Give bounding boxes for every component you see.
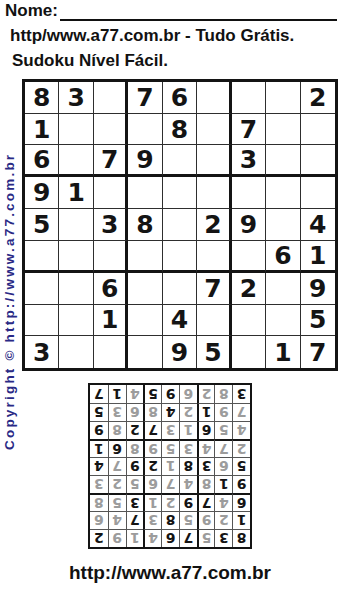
puzzle-cell-r4c2: 1 (59, 177, 93, 209)
puzzle-cell-r2c5: 8 (163, 114, 197, 146)
solution-cell-r7c2: 5 (214, 421, 232, 439)
puzzle-cell-r5c4: 8 (128, 209, 162, 241)
solution-cell-r9c7: 4 (126, 385, 144, 403)
sudoku-solution-grid-rotated: 8357641921295837466479213589184765235638… (88, 383, 252, 549)
puzzle-cell-r8c5: 4 (163, 305, 197, 337)
solution-cell-r3c1: 6 (232, 493, 250, 511)
puzzle-cell-r1c1: 8 (25, 82, 59, 114)
solution-cell-r9c2: 8 (214, 385, 232, 403)
solution-cell-r7c4: 1 (179, 421, 197, 439)
solution-cell-r2c1: 1 (232, 511, 250, 529)
solution-cell-r7c6: 7 (143, 421, 161, 439)
solution-cell-r9c5: 9 (161, 385, 179, 403)
puzzle-cell-r7c9: 9 (301, 273, 335, 305)
solution-cell-r1c3: 5 (197, 529, 215, 547)
puzzle-cell-r5c8[interactable] (266, 209, 300, 241)
solution-cell-r8c9: 5 (90, 403, 108, 421)
puzzle-cell-r8c1[interactable] (25, 305, 59, 337)
puzzle-cell-r5c3: 3 (94, 209, 128, 241)
puzzle-cell-r2c2[interactable] (59, 114, 93, 146)
solution-cell-r2c8: 4 (108, 511, 126, 529)
puzzle-cell-r8c6[interactable] (197, 305, 231, 337)
solution-cell-r5c9: 4 (90, 457, 108, 475)
solution-cell-r1c8: 9 (108, 529, 126, 547)
solution-cell-r1c2: 3 (214, 529, 232, 547)
solution-cell-r5c3: 3 (197, 457, 215, 475)
solution-cell-r4c7: 5 (126, 475, 144, 493)
solution-cell-r8c8: 3 (108, 403, 126, 421)
solution-cell-r3c7: 3 (126, 493, 144, 511)
solution-cell-r1c4: 7 (179, 529, 197, 547)
puzzle-cell-r6c6[interactable] (197, 241, 231, 273)
puzzle-cell-r5c6: 2 (197, 209, 231, 241)
solution-cell-r3c9: 8 (90, 493, 108, 511)
solution-cell-r8c2: 9 (214, 403, 232, 421)
solution-cell-r5c2: 6 (214, 457, 232, 475)
puzzle-cell-r4c5[interactable] (163, 177, 197, 209)
solution-cell-r4c4: 4 (179, 475, 197, 493)
puzzle-cell-r4c3[interactable] (94, 177, 128, 209)
solution-cell-r7c8: 8 (108, 421, 126, 439)
solution-cell-r2c4: 5 (179, 511, 197, 529)
solution-cell-r8c1: 7 (232, 403, 250, 421)
puzzle-cell-r4c8[interactable] (266, 177, 300, 209)
solution-cell-r3c8: 5 (108, 493, 126, 511)
solution-cell-r4c8: 2 (108, 475, 126, 493)
solution-cell-r4c9: 3 (90, 475, 108, 493)
puzzle-cell-r9c6: 5 (197, 336, 231, 368)
puzzle-cell-r1c3[interactable] (94, 82, 128, 114)
solution-cell-r9c4: 6 (179, 385, 197, 403)
puzzle-cell-r6c5[interactable] (163, 241, 197, 273)
puzzle-cell-r9c1: 3 (25, 336, 59, 368)
solution-cell-r5c1: 5 (232, 457, 250, 475)
solution-cell-r6c2: 7 (214, 439, 232, 457)
puzzle-cell-r6c3[interactable] (94, 241, 128, 273)
solution-cell-r7c9: 9 (90, 421, 108, 439)
puzzle-cell-r5c1: 5 (25, 209, 59, 241)
solution-cell-r6c4: 3 (179, 439, 197, 457)
puzzle-cell-r1c6[interactable] (197, 82, 231, 114)
puzzle-cell-r7c2[interactable] (59, 273, 93, 305)
puzzle-cell-r6c1[interactable] (25, 241, 59, 273)
solution-cell-r5c6: 2 (143, 457, 161, 475)
puzzle-cell-r9c4[interactable] (128, 336, 162, 368)
puzzle-cell-r4c4[interactable] (128, 177, 162, 209)
sudoku-sheet: Nome: http/www.a77.com.br - Tudo Grátis.… (0, 0, 340, 596)
puzzle-cell-r7c4[interactable] (128, 273, 162, 305)
solution-cell-r2c3: 9 (197, 511, 215, 529)
puzzle-cell-r6c9: 1 (301, 241, 335, 273)
puzzle-cell-r3c2[interactable] (59, 145, 93, 177)
puzzle-cell-r2c9[interactable] (301, 114, 335, 146)
puzzle-cell-r1c4: 7 (128, 82, 162, 114)
solution-cell-r1c7: 1 (126, 529, 144, 547)
sudoku-puzzle-grid: 8376218767939153829461672914539517 (22, 79, 338, 371)
puzzle-cell-r7c7: 2 (232, 273, 266, 305)
puzzle-cell-r2c1: 1 (25, 114, 59, 146)
puzzle-cell-r8c4[interactable] (128, 305, 162, 337)
puzzle-cell-r7c1[interactable] (25, 273, 59, 305)
solution-cell-r4c6: 6 (143, 475, 161, 493)
puzzle-level-title: Sudoku Nível Fácil. (12, 51, 168, 71)
site-header: http/www.a77.com.br - Tudo Grátis. (10, 26, 294, 46)
puzzle-cell-r3c4: 9 (128, 145, 162, 177)
puzzle-cell-r8c8[interactable] (266, 305, 300, 337)
puzzle-cell-r7c3: 6 (94, 273, 128, 305)
solution-cell-r9c8: 1 (108, 385, 126, 403)
solution-cell-r5c8: 7 (108, 457, 126, 475)
solution-cell-r6c9: 1 (90, 439, 108, 457)
solution-cell-r9c3: 2 (197, 385, 215, 403)
solution-cell-r8c6: 8 (143, 403, 161, 421)
puzzle-cell-r9c2[interactable] (59, 336, 93, 368)
puzzle-cell-r7c5[interactable] (163, 273, 197, 305)
solution-cell-r6c3: 4 (197, 439, 215, 457)
puzzle-cell-r7c8[interactable] (266, 273, 300, 305)
puzzle-cell-r5c9: 4 (301, 209, 335, 241)
solution-cell-r1c9: 2 (90, 529, 108, 547)
solution-cell-r4c1: 9 (232, 475, 250, 493)
solution-cell-r5c7: 9 (126, 457, 144, 475)
puzzle-cell-r3c1: 6 (25, 145, 59, 177)
puzzle-cell-r9c8: 1 (266, 336, 300, 368)
solution-cell-r3c5: 2 (161, 493, 179, 511)
solution-cell-r2c5: 8 (161, 511, 179, 529)
puzzle-cell-r4c6[interactable] (197, 177, 231, 209)
puzzle-cell-r8c7[interactable] (232, 305, 266, 337)
solution-cell-r6c5: 5 (161, 439, 179, 457)
puzzle-cell-r2c3[interactable] (94, 114, 128, 146)
solution-cell-r5c5: 1 (161, 457, 179, 475)
puzzle-cell-r3c7: 3 (232, 145, 266, 177)
solution-cell-r6c7: 8 (126, 439, 144, 457)
copyright-vertical-text: Copyright © http://www.a77.com.br (2, 84, 19, 450)
puzzle-cell-r4c9[interactable] (301, 177, 335, 209)
puzzle-cell-r1c5: 6 (163, 82, 197, 114)
puzzle-cell-r3c8[interactable] (266, 145, 300, 177)
solution-cell-r6c1: 2 (232, 439, 250, 457)
solution-cell-r7c7: 2 (126, 421, 144, 439)
name-label: Nome: (5, 1, 58, 21)
solution-cell-r2c9: 6 (90, 511, 108, 529)
solution-cell-r9c1: 3 (232, 385, 250, 403)
solution-cell-r1c6: 4 (143, 529, 161, 547)
puzzle-cell-r2c8[interactable] (266, 114, 300, 146)
puzzle-cell-r8c9: 5 (301, 305, 335, 337)
solution-cell-r8c3: 1 (197, 403, 215, 421)
puzzle-cell-r3c6[interactable] (197, 145, 231, 177)
puzzle-cell-r5c2[interactable] (59, 209, 93, 241)
puzzle-cell-r3c3: 7 (94, 145, 128, 177)
solution-cell-r2c7: 7 (126, 511, 144, 529)
puzzle-cell-r3c9[interactable] (301, 145, 335, 177)
solution-cell-r4c5: 7 (161, 475, 179, 493)
solution-cell-r2c6: 3 (143, 511, 161, 529)
solution-cell-r6c8: 6 (108, 439, 126, 457)
puzzle-cell-r8c3: 1 (94, 305, 128, 337)
solution-cell-r7c1: 4 (232, 421, 250, 439)
solution-cell-r8c7: 6 (126, 403, 144, 421)
puzzle-cell-r4c1: 9 (25, 177, 59, 209)
solution-cell-r7c3: 6 (197, 421, 215, 439)
puzzle-cell-r6c2[interactable] (59, 241, 93, 273)
solution-cell-r8c5: 4 (161, 403, 179, 421)
solution-cell-r8c4: 2 (179, 403, 197, 421)
solution-cell-r4c2: 1 (214, 475, 232, 493)
puzzle-cell-r9c5: 9 (163, 336, 197, 368)
name-row: Nome: (5, 1, 337, 21)
solution-cell-r3c2: 4 (214, 493, 232, 511)
puzzle-cell-r9c7[interactable] (232, 336, 266, 368)
solution-cell-r1c5: 6 (161, 529, 179, 547)
solution-cell-r7c5: 3 (161, 421, 179, 439)
puzzle-cell-r5c5[interactable] (163, 209, 197, 241)
puzzle-cell-r2c7: 7 (232, 114, 266, 146)
solution-cell-r3c4: 9 (179, 493, 197, 511)
puzzle-cell-r9c9: 7 (301, 336, 335, 368)
solution-cell-r1c1: 8 (232, 529, 250, 547)
puzzle-cell-r1c2: 3 (59, 82, 93, 114)
puzzle-cell-r6c7[interactable] (232, 241, 266, 273)
solution-cell-r9c9: 7 (90, 385, 108, 403)
solution-cell-r2c2: 2 (214, 511, 232, 529)
puzzle-cell-r1c7[interactable] (232, 82, 266, 114)
puzzle-cell-r3c5[interactable] (163, 145, 197, 177)
puzzle-cell-r2c4[interactable] (128, 114, 162, 146)
puzzle-cell-r6c8: 6 (266, 241, 300, 273)
footer-url: http://www.a77.com.br (0, 562, 340, 584)
puzzle-cell-r1c8[interactable] (266, 82, 300, 114)
puzzle-cell-r5c7: 9 (232, 209, 266, 241)
name-fill-line[interactable] (60, 3, 337, 21)
puzzle-cell-r6c4[interactable] (128, 241, 162, 273)
solution-cell-r6c6: 9 (143, 439, 161, 457)
solution-cell-r4c3: 8 (197, 475, 215, 493)
puzzle-cell-r7c6: 7 (197, 273, 231, 305)
puzzle-cell-r2c6[interactable] (197, 114, 231, 146)
solution-cell-r3c6: 1 (143, 493, 161, 511)
puzzle-cell-r8c2[interactable] (59, 305, 93, 337)
puzzle-cell-r9c3[interactable] (94, 336, 128, 368)
puzzle-cell-r1c9: 2 (301, 82, 335, 114)
solution-cell-r5c4: 8 (179, 457, 197, 475)
solution-cell-r3c3: 7 (197, 493, 215, 511)
solution-cell-r9c6: 5 (143, 385, 161, 403)
puzzle-cell-r4c7[interactable] (232, 177, 266, 209)
